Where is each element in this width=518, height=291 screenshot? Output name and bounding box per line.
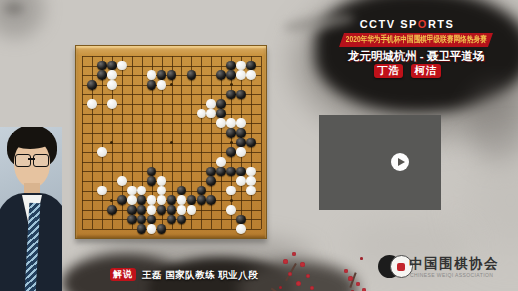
stone-white: [157, 80, 167, 90]
stone-black: [87, 80, 97, 90]
stone-white: [127, 195, 137, 205]
video-panel[interactable]: [319, 115, 441, 210]
stone-white: [127, 186, 137, 196]
stone-black: [137, 215, 147, 225]
glasses: [15, 154, 49, 166]
grid-line: [82, 181, 261, 182]
blossom-flower: [279, 286, 282, 289]
cctv-text-end: RTS: [428, 18, 455, 30]
commentary-text: 王磊 国家队教练 职业八段: [142, 269, 258, 282]
stone-white: [157, 176, 167, 186]
stone-white: [177, 205, 187, 215]
stone-black: [137, 205, 147, 215]
stone-black: [226, 90, 236, 100]
ink-dot-top-left: [4, 2, 24, 15]
player-badge-white: 柯洁: [411, 64, 441, 78]
stone-black: [216, 99, 226, 109]
stone-black: [236, 138, 246, 148]
stone-white: [187, 205, 197, 215]
play-icon: [398, 158, 405, 166]
stone-white: [97, 186, 107, 196]
blossom-flower: [306, 274, 310, 278]
blossom-flower: [292, 252, 296, 256]
stone-white: [137, 186, 147, 196]
grid-line: [261, 56, 262, 229]
star-point: [230, 199, 233, 202]
stone-black: [197, 195, 207, 205]
stone-black: [226, 70, 236, 80]
stone-black: [157, 70, 167, 80]
stone-black: [107, 205, 117, 215]
matchup-title: 龙元明城杭州 - 聂卫平道场: [330, 49, 502, 64]
commentary-badge: 解说: [110, 268, 136, 281]
stone-black: [127, 215, 137, 225]
association-name-en: CHINESE WEIQI ASSOCIATION: [410, 272, 493, 278]
stone-black: [206, 195, 216, 205]
stone-black: [137, 195, 147, 205]
association-name-cn: 中国围棋协会: [409, 255, 499, 273]
stone-white: [226, 205, 236, 215]
stone-black: [177, 215, 187, 225]
stone-white: [147, 205, 157, 215]
stone-white: [107, 80, 117, 90]
star-point: [110, 141, 113, 144]
stone-white: [177, 195, 187, 205]
stone-white: [157, 195, 167, 205]
stone-white: [147, 224, 157, 234]
blossom-flower: [296, 281, 301, 286]
stone-white: [246, 167, 256, 177]
stone-black: [226, 61, 236, 71]
stone-black: [246, 61, 256, 71]
stone-white: [157, 186, 167, 196]
stone-white: [236, 147, 246, 157]
stone-white: [246, 176, 256, 186]
blossom-flower: [356, 282, 360, 286]
stone-white: [216, 118, 226, 128]
stone-black: [157, 205, 167, 215]
stone-black: [246, 138, 256, 148]
star-point: [230, 141, 233, 144]
stone-white: [216, 157, 226, 167]
grid-line: [82, 162, 261, 163]
stone-black: [167, 215, 177, 225]
stone-black: [147, 176, 157, 186]
stone-black: [167, 205, 177, 215]
stone-white: [226, 118, 236, 128]
blossom-flower: [348, 276, 353, 281]
stone-black: [167, 195, 177, 205]
blossom-flower: [360, 257, 363, 260]
stone-black: [206, 176, 216, 186]
stone-black: [236, 90, 246, 100]
play-button[interactable]: [391, 153, 409, 171]
cctv-text: CCTV SP: [360, 18, 418, 30]
stone-black: [187, 195, 197, 205]
star-point: [230, 83, 233, 86]
stone-black: [187, 70, 197, 80]
stone-black: [137, 224, 147, 234]
stone-white: [147, 195, 157, 205]
stone-black: [97, 70, 107, 80]
stone-white: [236, 118, 246, 128]
background-texture: [468, 148, 518, 253]
star-point: [170, 83, 173, 86]
cctv-red-o: O: [418, 18, 428, 30]
stone-white: [236, 176, 246, 186]
stone-black: [177, 186, 187, 196]
go-board: [75, 45, 267, 239]
stone-white: [236, 70, 246, 80]
stone-white: [246, 186, 256, 196]
stone-black: [206, 167, 216, 177]
stone-black: [236, 167, 246, 177]
stone-black: [226, 128, 236, 138]
board-grid: [82, 56, 261, 229]
stone-black: [147, 80, 157, 90]
stone-black: [117, 195, 127, 205]
stone-black: [236, 215, 246, 225]
stone-white: [107, 70, 117, 80]
grid-line: [82, 229, 261, 230]
blossom-flower: [300, 262, 305, 267]
blossom-flower: [310, 286, 314, 290]
stone-black: [147, 215, 157, 225]
grid-line: [221, 56, 222, 229]
star-point: [170, 141, 173, 144]
stone-white: [117, 61, 127, 71]
cctv-sports-logo: CCTV SPORTS: [330, 18, 484, 30]
stone-black: [167, 70, 177, 80]
commentator-photo: [0, 127, 62, 291]
stone-black: [226, 167, 236, 177]
blossom-flower: [344, 269, 348, 273]
stone-white: [206, 99, 216, 109]
stone-black: [127, 205, 137, 215]
blossom-flower: [283, 259, 288, 264]
stone-black: [226, 147, 236, 157]
stone-white: [117, 176, 127, 186]
stone-black: [197, 186, 207, 196]
stone-black: [157, 224, 167, 234]
stone-white: [107, 99, 117, 109]
stone-black: [147, 167, 157, 177]
stone-white: [97, 147, 107, 157]
stone-black: [216, 70, 226, 80]
stone-white: [236, 61, 246, 71]
stone-white: [226, 186, 236, 196]
stone-black: [216, 167, 226, 177]
stone-black: [216, 109, 226, 119]
player-badge-black: 丁浩: [374, 64, 403, 78]
stone-black: [97, 61, 107, 71]
stone-white: [87, 99, 97, 109]
event-banner-text: 2020年华为手机杯中国围棋甲级联赛网络热身赛: [346, 34, 487, 46]
cwa-logo-red-seal: [397, 263, 405, 271]
stone-white: [236, 224, 246, 234]
stone-white: [197, 109, 207, 119]
stone-white: [206, 109, 216, 119]
star-point: [110, 199, 113, 202]
stone-black: [107, 61, 117, 71]
broadcast-screen: CCTV SPORTS 2020年华为手机杯中国围棋甲级联赛网络热身赛 龙元明城…: [0, 0, 518, 291]
stone-white: [246, 70, 256, 80]
blossom-flower: [288, 272, 292, 276]
stone-black: [236, 128, 246, 138]
event-banner: 2020年华为手机杯中国围棋甲级联赛网络热身赛: [339, 33, 493, 47]
stone-white: [147, 70, 157, 80]
